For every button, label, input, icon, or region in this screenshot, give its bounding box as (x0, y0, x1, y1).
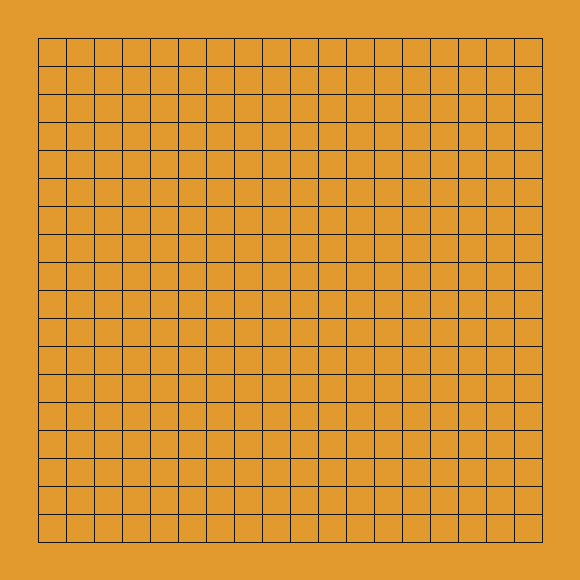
go-app-window (0, 0, 580, 580)
stones-layer (24, 24, 556, 556)
goban[interactable] (0, 0, 580, 580)
